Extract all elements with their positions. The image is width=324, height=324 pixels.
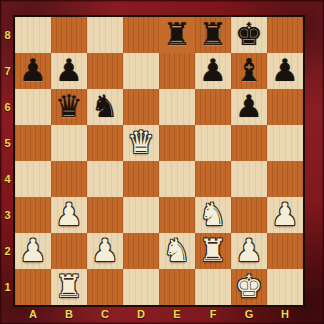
square-g8[interactable]: ♚ bbox=[231, 17, 267, 53]
piece-white-knight: ♞ bbox=[163, 233, 191, 268]
chess-board: ♜♜♚♟♟♟♝♟♛♞♟♛♟♞♟♟♟♞♜♟♜♚ bbox=[15, 17, 303, 305]
square-d1[interactable] bbox=[123, 269, 159, 305]
square-h3[interactable]: ♟ bbox=[267, 197, 303, 233]
square-g2[interactable]: ♟ bbox=[231, 233, 267, 269]
square-e3[interactable] bbox=[159, 197, 195, 233]
square-c8[interactable] bbox=[87, 17, 123, 53]
square-b1[interactable]: ♜ bbox=[51, 269, 87, 305]
square-d7[interactable] bbox=[123, 53, 159, 89]
square-c3[interactable] bbox=[87, 197, 123, 233]
square-g5[interactable] bbox=[231, 125, 267, 161]
square-h7[interactable]: ♟ bbox=[267, 53, 303, 89]
square-a8[interactable] bbox=[15, 17, 51, 53]
square-g7[interactable]: ♝ bbox=[231, 53, 267, 89]
rank-label-7: 7 bbox=[0, 53, 15, 89]
square-g4[interactable] bbox=[231, 161, 267, 197]
square-f8[interactable]: ♜ bbox=[195, 17, 231, 53]
square-c4[interactable] bbox=[87, 161, 123, 197]
piece-white-king: ♚ bbox=[235, 269, 263, 304]
square-h6[interactable] bbox=[267, 89, 303, 125]
square-b7[interactable]: ♟ bbox=[51, 53, 87, 89]
square-b8[interactable] bbox=[51, 17, 87, 53]
piece-white-pawn: ♟ bbox=[91, 233, 119, 268]
square-e7[interactable] bbox=[159, 53, 195, 89]
square-a5[interactable] bbox=[15, 125, 51, 161]
piece-black-bishop: ♝ bbox=[235, 53, 263, 88]
square-a4[interactable] bbox=[15, 161, 51, 197]
piece-white-rook: ♜ bbox=[55, 269, 83, 304]
piece-black-pawn: ♟ bbox=[271, 53, 299, 88]
square-h2[interactable] bbox=[267, 233, 303, 269]
file-label-b: B bbox=[51, 304, 87, 324]
piece-black-pawn: ♟ bbox=[199, 53, 227, 88]
piece-white-pawn: ♟ bbox=[19, 233, 47, 268]
square-d4[interactable] bbox=[123, 161, 159, 197]
rank-label-5: 5 bbox=[0, 125, 15, 161]
square-d2[interactable] bbox=[123, 233, 159, 269]
file-label-d: D bbox=[123, 304, 159, 324]
file-label-a: A bbox=[15, 304, 51, 324]
square-h5[interactable] bbox=[267, 125, 303, 161]
square-d6[interactable] bbox=[123, 89, 159, 125]
square-c2[interactable]: ♟ bbox=[87, 233, 123, 269]
square-h1[interactable] bbox=[267, 269, 303, 305]
square-h8[interactable] bbox=[267, 17, 303, 53]
file-label-g: G bbox=[231, 304, 267, 324]
chess-board-frame: ♜♜♚♟♟♟♝♟♛♞♟♛♟♞♟♟♟♞♜♟♜♚ 87654321 ABCDEFGH bbox=[0, 0, 324, 324]
rank-label-4: 4 bbox=[0, 161, 15, 197]
square-f4[interactable] bbox=[195, 161, 231, 197]
piece-white-pawn: ♟ bbox=[55, 197, 83, 232]
square-e8[interactable]: ♜ bbox=[159, 17, 195, 53]
piece-black-rook: ♜ bbox=[199, 17, 227, 52]
square-a2[interactable]: ♟ bbox=[15, 233, 51, 269]
square-c6[interactable]: ♞ bbox=[87, 89, 123, 125]
piece-white-queen: ♛ bbox=[127, 125, 155, 160]
square-g1[interactable]: ♚ bbox=[231, 269, 267, 305]
square-e5[interactable] bbox=[159, 125, 195, 161]
square-d8[interactable] bbox=[123, 17, 159, 53]
square-b3[interactable]: ♟ bbox=[51, 197, 87, 233]
piece-black-king: ♚ bbox=[235, 17, 263, 52]
square-c7[interactable] bbox=[87, 53, 123, 89]
piece-black-pawn: ♟ bbox=[19, 53, 47, 88]
piece-white-knight: ♞ bbox=[199, 197, 227, 232]
piece-white-rook: ♜ bbox=[199, 233, 227, 268]
square-d5[interactable]: ♛ bbox=[123, 125, 159, 161]
piece-white-pawn: ♟ bbox=[271, 197, 299, 232]
square-b5[interactable] bbox=[51, 125, 87, 161]
square-f6[interactable] bbox=[195, 89, 231, 125]
piece-black-rook: ♜ bbox=[163, 17, 191, 52]
square-e4[interactable] bbox=[159, 161, 195, 197]
rank-label-1: 1 bbox=[0, 269, 15, 305]
square-e6[interactable] bbox=[159, 89, 195, 125]
square-e2[interactable]: ♞ bbox=[159, 233, 195, 269]
square-d3[interactable] bbox=[123, 197, 159, 233]
square-e1[interactable] bbox=[159, 269, 195, 305]
square-b4[interactable] bbox=[51, 161, 87, 197]
rank-label-3: 3 bbox=[0, 197, 15, 233]
square-a6[interactable] bbox=[15, 89, 51, 125]
square-g3[interactable] bbox=[231, 197, 267, 233]
square-c1[interactable] bbox=[87, 269, 123, 305]
square-b6[interactable]: ♛ bbox=[51, 89, 87, 125]
piece-black-pawn: ♟ bbox=[235, 89, 263, 124]
rank-label-2: 2 bbox=[0, 233, 15, 269]
piece-black-knight: ♞ bbox=[91, 89, 119, 124]
square-f3[interactable]: ♞ bbox=[195, 197, 231, 233]
file-label-f: F bbox=[195, 304, 231, 324]
square-g6[interactable]: ♟ bbox=[231, 89, 267, 125]
square-f1[interactable] bbox=[195, 269, 231, 305]
piece-black-pawn: ♟ bbox=[55, 53, 83, 88]
square-a7[interactable]: ♟ bbox=[15, 53, 51, 89]
piece-white-pawn: ♟ bbox=[235, 233, 263, 268]
square-b2[interactable] bbox=[51, 233, 87, 269]
square-a3[interactable] bbox=[15, 197, 51, 233]
square-c5[interactable] bbox=[87, 125, 123, 161]
square-f7[interactable]: ♟ bbox=[195, 53, 231, 89]
rank-label-8: 8 bbox=[0, 17, 15, 53]
rank-label-6: 6 bbox=[0, 89, 15, 125]
square-a1[interactable] bbox=[15, 269, 51, 305]
square-h4[interactable] bbox=[267, 161, 303, 197]
file-label-e: E bbox=[159, 304, 195, 324]
file-label-c: C bbox=[87, 304, 123, 324]
piece-black-queen: ♛ bbox=[55, 89, 83, 124]
square-f5[interactable] bbox=[195, 125, 231, 161]
square-f2[interactable]: ♜ bbox=[195, 233, 231, 269]
file-label-h: H bbox=[267, 304, 303, 324]
